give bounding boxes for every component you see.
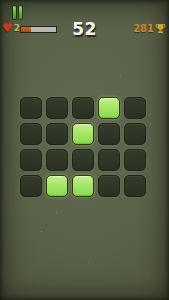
tile-r2c1[interactable]: [20, 123, 42, 145]
pause-icon: [19, 6, 22, 19]
tile-r3c4[interactable]: [98, 149, 120, 171]
tile-r2c2[interactable]: [46, 123, 68, 145]
tile-r4c5[interactable]: [124, 175, 146, 197]
tile-r2c5[interactable]: [124, 123, 146, 145]
tile-r1c4-lit[interactable]: [98, 97, 120, 119]
tile-r2c3-lit[interactable]: [72, 123, 94, 145]
tile-r4c1[interactable]: [20, 175, 42, 197]
tile-r1c5[interactable]: [124, 97, 146, 119]
tile-r3c1[interactable]: [20, 149, 42, 171]
tile-r4c2-lit[interactable]: [46, 175, 68, 197]
tile-r4c4[interactable]: [98, 175, 120, 197]
level-progress-bar: [20, 26, 57, 33]
tile-r2c4[interactable]: [98, 123, 120, 145]
tile-r1c2[interactable]: [46, 97, 68, 119]
pause-button[interactable]: [13, 6, 22, 19]
board-grid: [20, 97, 146, 197]
heart-icon: ♥: [2, 22, 13, 34]
game-screen: ♥ 2 52 281: [0, 0, 169, 300]
level-progress-fill: [21, 27, 31, 32]
tile-r3c5[interactable]: [124, 149, 146, 171]
tile-r3c2[interactable]: [46, 149, 68, 171]
tile-r3c3[interactable]: [72, 149, 94, 171]
trophy-icon: [155, 23, 166, 34]
lives-indicator: ♥ 2: [2, 22, 20, 34]
trophy-count: 281: [133, 23, 154, 34]
tile-r4c3-lit[interactable]: [72, 175, 94, 197]
trophy-indicator: 281: [133, 23, 166, 34]
background-noise: [0, 0, 1, 1]
pause-icon: [13, 6, 16, 19]
tile-r1c3[interactable]: [72, 97, 94, 119]
tile-r1c1[interactable]: [20, 97, 42, 119]
